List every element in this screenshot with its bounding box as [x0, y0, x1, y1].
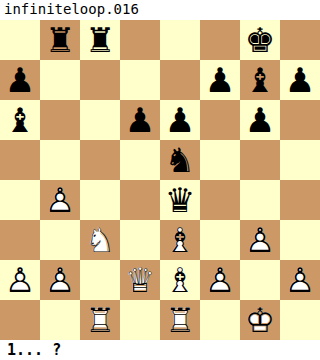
piece-white-pawn: ♟♙: [280, 260, 320, 300]
piece-white-king: ♚♔: [240, 300, 280, 340]
piece-black-pawn: ♟: [240, 100, 280, 140]
piece-outline-layer: ♙: [40, 260, 80, 300]
square-a1[interactable]: [0, 300, 40, 340]
square-e3[interactable]: ♝♗: [160, 220, 200, 260]
move-prompt: 1... ?: [0, 340, 320, 360]
piece-black-rook: ♜: [40, 20, 80, 60]
square-a4[interactable]: [0, 180, 40, 220]
square-c7[interactable]: [80, 60, 120, 100]
square-f4[interactable]: [200, 180, 240, 220]
square-e6[interactable]: ♟: [160, 100, 200, 140]
piece-outline-layer: ♙: [280, 260, 320, 300]
square-c1[interactable]: ♜♖: [80, 300, 120, 340]
square-a3[interactable]: [0, 220, 40, 260]
square-a7[interactable]: ♟: [0, 60, 40, 100]
chess-board: ♜♜♚♟♟♝♟♝♟♟♟♞♟♙♛♞♘♝♗♟♙♟♙♟♙♛♕♝♗♟♙♟♙♜♖♜♖♚♔: [0, 20, 320, 340]
square-e5[interactable]: ♞: [160, 140, 200, 180]
square-c2[interactable]: [80, 260, 120, 300]
square-h7[interactable]: ♟: [280, 60, 320, 100]
square-e1[interactable]: ♜♖: [160, 300, 200, 340]
square-g7[interactable]: ♝: [240, 60, 280, 100]
piece-white-rook: ♜♖: [80, 300, 120, 340]
square-d6[interactable]: ♟: [120, 100, 160, 140]
piece-white-pawn: ♟♙: [40, 260, 80, 300]
piece-outline-layer: ♗: [160, 260, 200, 300]
square-e8[interactable]: [160, 20, 200, 60]
square-b8[interactable]: ♜: [40, 20, 80, 60]
piece-black-king: ♚: [240, 20, 280, 60]
square-b4[interactable]: ♟♙: [40, 180, 80, 220]
square-a6[interactable]: ♝: [0, 100, 40, 140]
square-g3[interactable]: ♟♙: [240, 220, 280, 260]
square-h8[interactable]: [280, 20, 320, 60]
square-d2[interactable]: ♛♕: [120, 260, 160, 300]
square-h5[interactable]: [280, 140, 320, 180]
square-h1[interactable]: [280, 300, 320, 340]
piece-black-pawn: ♟: [120, 100, 160, 140]
piece-outline-layer: ♗: [160, 220, 200, 260]
square-f8[interactable]: [200, 20, 240, 60]
square-e7[interactable]: [160, 60, 200, 100]
piece-outline-layer: ♔: [240, 300, 280, 340]
piece-white-queen: ♛♕: [120, 260, 160, 300]
square-c3[interactable]: ♞♘: [80, 220, 120, 260]
square-g6[interactable]: ♟: [240, 100, 280, 140]
square-d1[interactable]: [120, 300, 160, 340]
square-c6[interactable]: [80, 100, 120, 140]
square-g1[interactable]: ♚♔: [240, 300, 280, 340]
piece-outline-layer: ♙: [40, 180, 80, 220]
square-c5[interactable]: [80, 140, 120, 180]
square-d7[interactable]: [120, 60, 160, 100]
square-d8[interactable]: [120, 20, 160, 60]
square-g2[interactable]: [240, 260, 280, 300]
square-b5[interactable]: [40, 140, 80, 180]
piece-black-queen: ♛: [160, 180, 200, 220]
piece-white-bishop: ♝♗: [160, 260, 200, 300]
square-c4[interactable]: [80, 180, 120, 220]
piece-black-pawn: ♟: [160, 100, 200, 140]
piece-white-pawn: ♟♙: [40, 180, 80, 220]
piece-white-pawn: ♟♙: [0, 260, 40, 300]
square-g4[interactable]: [240, 180, 280, 220]
piece-black-pawn: ♟: [280, 60, 320, 100]
square-h6[interactable]: [280, 100, 320, 140]
piece-black-pawn: ♟: [0, 60, 40, 100]
piece-black-pawn: ♟: [200, 60, 240, 100]
piece-outline-layer: ♙: [0, 260, 40, 300]
piece-white-rook: ♜♖: [160, 300, 200, 340]
piece-black-knight: ♞: [160, 140, 200, 180]
square-a8[interactable]: [0, 20, 40, 60]
piece-outline-layer: ♙: [240, 220, 280, 260]
square-g8[interactable]: ♚: [240, 20, 280, 60]
square-f3[interactable]: [200, 220, 240, 260]
square-h2[interactable]: ♟♙: [280, 260, 320, 300]
square-g5[interactable]: [240, 140, 280, 180]
square-d4[interactable]: [120, 180, 160, 220]
square-c8[interactable]: ♜: [80, 20, 120, 60]
square-h3[interactable]: [280, 220, 320, 260]
square-b2[interactable]: ♟♙: [40, 260, 80, 300]
square-e2[interactable]: ♝♗: [160, 260, 200, 300]
square-d5[interactable]: [120, 140, 160, 180]
square-b6[interactable]: [40, 100, 80, 140]
piece-black-bishop: ♝: [0, 100, 40, 140]
window-title: infiniteloop.016: [0, 0, 320, 20]
piece-outline-layer: ♖: [80, 300, 120, 340]
square-a2[interactable]: ♟♙: [0, 260, 40, 300]
piece-outline-layer: ♕: [120, 260, 160, 300]
piece-black-rook: ♜: [80, 20, 120, 60]
square-e4[interactable]: ♛: [160, 180, 200, 220]
square-a5[interactable]: [0, 140, 40, 180]
square-b3[interactable]: [40, 220, 80, 260]
square-f5[interactable]: [200, 140, 240, 180]
piece-white-pawn: ♟♙: [240, 220, 280, 260]
square-b7[interactable]: [40, 60, 80, 100]
piece-white-pawn: ♟♙: [200, 260, 240, 300]
square-f1[interactable]: [200, 300, 240, 340]
piece-white-knight: ♞♘: [80, 220, 120, 260]
piece-white-bishop: ♝♗: [160, 220, 200, 260]
square-h4[interactable]: [280, 180, 320, 220]
square-f7[interactable]: ♟: [200, 60, 240, 100]
piece-black-bishop: ♝: [240, 60, 280, 100]
square-b1[interactable]: [40, 300, 80, 340]
piece-outline-layer: ♙: [200, 260, 240, 300]
piece-outline-layer: ♘: [80, 220, 120, 260]
square-f6[interactable]: [200, 100, 240, 140]
square-d3[interactable]: [120, 220, 160, 260]
piece-outline-layer: ♖: [160, 300, 200, 340]
chess-app-window: infiniteloop.016 ♜♜♚♟♟♝♟♝♟♟♟♞♟♙♛♞♘♝♗♟♙♟♙…: [0, 0, 320, 360]
square-f2[interactable]: ♟♙: [200, 260, 240, 300]
